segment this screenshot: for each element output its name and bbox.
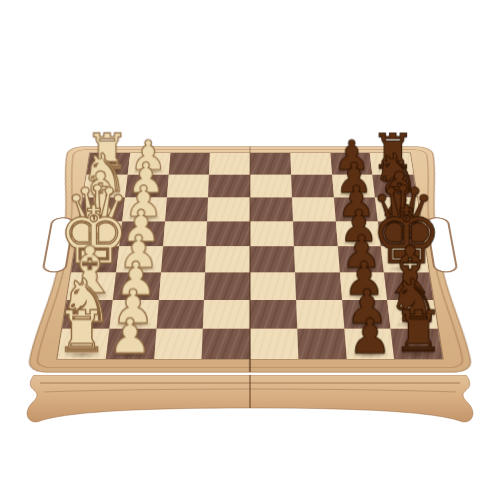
square-b6 [291,175,334,198]
square-f4 [204,272,250,299]
square-b3 [166,175,209,198]
square-h4 [202,329,250,359]
square-h1: ♜ [57,329,109,359]
square-a5 [250,153,291,175]
square-h8: ♜ [391,329,443,359]
square-f6 [295,272,342,299]
square-d4 [206,221,250,246]
square-e3 [161,246,207,272]
square-d5 [250,221,294,246]
square-h2: ♟ [106,329,157,359]
square-h3 [154,329,203,359]
square-h5 [250,329,298,359]
square-b4 [208,175,250,198]
square-d6 [293,221,338,246]
square-g6 [296,300,344,329]
white-rook-h1: ♜ [56,306,107,359]
square-d3 [163,221,208,246]
board-apron [26,375,474,427]
folding-chess-board: ♜♟♟♜♞♟♟♞♝♟♟♝♛♟♟♛♚♟♟♚♝♟♟♝♞♟♟♞♜♟♟♜ [15,142,485,379]
product-photo-scene: ♜♟♟♜♞♟♟♞♝♟♟♝♛♟♟♛♚♟♟♚♝♟♟♝♞♟♟♞♜♟♟♜ [0,0,500,500]
square-g4 [203,300,250,329]
white-pawn-h2: ♟ [108,314,151,359]
square-e6 [294,246,340,272]
square-a6 [290,153,332,175]
square-a3 [168,153,210,175]
square-f3 [158,272,205,299]
black-rook-h8: ♜ [393,306,444,359]
square-e4 [205,246,250,272]
square-h7: ♟ [344,329,395,359]
square-e5 [250,246,295,272]
square-g5 [250,300,297,329]
black-pawn-h7: ♟ [349,314,392,359]
square-g3 [156,300,204,329]
square-h6 [297,329,346,359]
square-a4 [209,153,250,175]
square-b5 [250,175,292,198]
square-f5 [250,272,296,299]
